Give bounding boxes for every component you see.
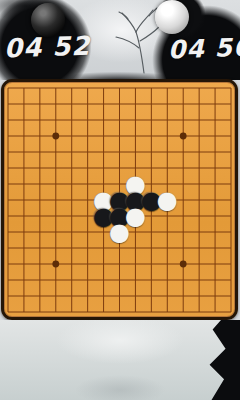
white-stone-icon (155, 0, 189, 34)
game-board[interactable]: ●●●●●●●●●● (1, 79, 238, 320)
gomoku-app: 04 52 04 56 ●●●●●●●●●● 游戏选项 悔 棋 重新开始 退出游… (0, 0, 240, 400)
ink-blob (202, 320, 240, 400)
branch-art (106, 6, 162, 74)
top-hud: 04 52 04 56 (0, 0, 240, 80)
white-timer: 04 56 (168, 33, 240, 65)
board-grid (4, 82, 235, 317)
menu-area: 游戏选项 悔 棋 重新开始 退出游戏 (0, 320, 240, 400)
black-timer: 04 52 (4, 31, 91, 64)
